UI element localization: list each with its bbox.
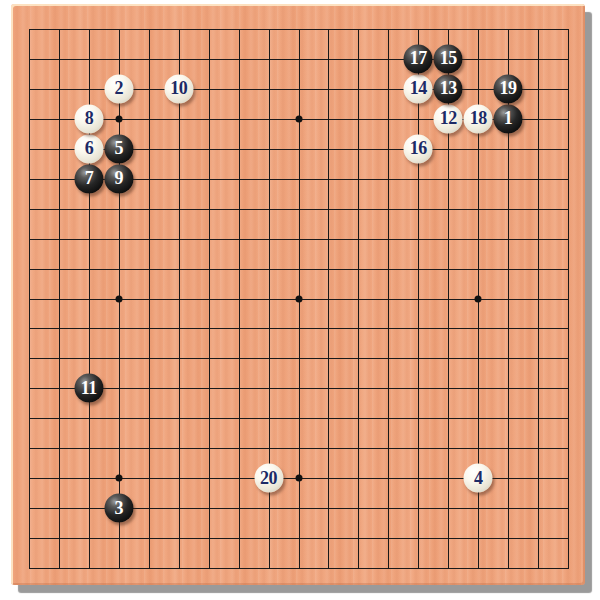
move-number: 5 [115,139,124,157]
grid-line-horizontal [29,328,569,329]
move-number: 17 [410,49,427,67]
stone-move-13[interactable]: 13 [434,74,463,103]
stone-move-7[interactable]: 7 [74,164,103,193]
move-number: 10 [170,79,187,97]
move-number: 1 [504,109,513,127]
stone-move-15[interactable]: 15 [434,44,463,73]
grid-line-horizontal [29,448,569,449]
stone-move-3[interactable]: 3 [104,494,133,523]
move-number: 12 [440,109,457,127]
star-point [115,115,122,122]
grid-line-horizontal [29,538,569,539]
grid-line-horizontal [29,418,569,419]
star-point [115,295,122,302]
move-number: 16 [410,139,427,157]
stone-move-20[interactable]: 20 [254,464,283,493]
grid-line-horizontal [29,568,569,569]
grid-line-vertical [568,29,569,569]
stone-move-10[interactable]: 10 [164,74,193,103]
stone-move-16[interactable]: 16 [404,134,433,163]
move-number: 6 [85,139,94,157]
move-number: 14 [410,79,427,97]
star-point [475,295,482,302]
stone-move-19[interactable]: 19 [494,74,523,103]
move-number: 13 [440,79,457,97]
board-layer: 1234567891011121314151617181920 [0,0,600,600]
stone-move-9[interactable]: 9 [104,164,133,193]
move-number: 7 [85,169,94,187]
stone-move-18[interactable]: 18 [464,104,493,133]
move-number: 3 [115,499,124,517]
move-number: 19 [500,79,517,97]
move-number: 18 [470,109,487,127]
stone-move-2[interactable]: 2 [104,74,133,103]
grid-line-vertical [328,29,329,569]
star-point [115,475,122,482]
stone-move-5[interactable]: 5 [104,134,133,163]
stone-move-14[interactable]: 14 [404,74,433,103]
move-number: 8 [85,109,94,127]
go-diagram: 1234567891011121314151617181920 [0,0,600,600]
star-point [295,115,302,122]
grid-line-vertical [358,29,359,569]
move-number: 9 [115,169,124,187]
move-number: 15 [440,49,457,67]
move-number: 20 [260,469,277,487]
stone-move-4[interactable]: 4 [464,464,493,493]
move-number: 2 [115,79,124,97]
grid-line-vertical [538,29,539,569]
star-point [295,295,302,302]
stone-move-8[interactable]: 8 [74,104,103,133]
stone-move-11[interactable]: 11 [74,374,103,403]
star-point [295,475,302,482]
grid-line-vertical [388,29,389,569]
grid-line-horizontal [29,358,569,359]
grid-line-vertical [418,29,419,569]
grid-line-horizontal [29,388,569,389]
stone-move-12[interactable]: 12 [434,104,463,133]
move-number: 4 [474,469,483,487]
stone-move-1[interactable]: 1 [494,104,523,133]
stone-move-6[interactable]: 6 [74,134,103,163]
stone-move-17[interactable]: 17 [404,44,433,73]
move-number: 11 [81,379,97,397]
